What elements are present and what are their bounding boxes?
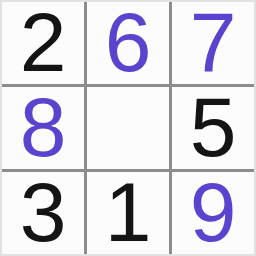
cell-value-r1c2: 6 (105, 2, 152, 84)
sudoku-board: 2 6 7 8 5 3 1 9 (0, 0, 256, 256)
sudoku-cell-r2c2[interactable] (87, 87, 169, 169)
cell-value-r3c1: 3 (20, 172, 67, 254)
sudoku-cell-r1c1[interactable]: 2 (2, 2, 84, 84)
sudoku-cell-r1c3[interactable]: 7 (172, 2, 254, 84)
sudoku-cell-r2c1[interactable]: 8 (2, 87, 84, 169)
cell-value-r3c3: 9 (190, 172, 237, 254)
sudoku-cell-r1c2[interactable]: 6 (87, 2, 169, 84)
sudoku-cell-r2c3[interactable]: 5 (172, 87, 254, 169)
cell-value-r1c3: 7 (190, 2, 237, 84)
sudoku-cell-r3c1[interactable]: 3 (2, 172, 84, 254)
sudoku-cell-r3c3[interactable]: 9 (172, 172, 254, 254)
sudoku-cell-r3c2[interactable]: 1 (87, 172, 169, 254)
cell-value-r2c3: 5 (190, 87, 237, 169)
cell-value-r2c1: 8 (20, 87, 67, 169)
cell-value-r3c2: 1 (105, 172, 152, 254)
cell-value-r1c1: 2 (20, 2, 67, 84)
